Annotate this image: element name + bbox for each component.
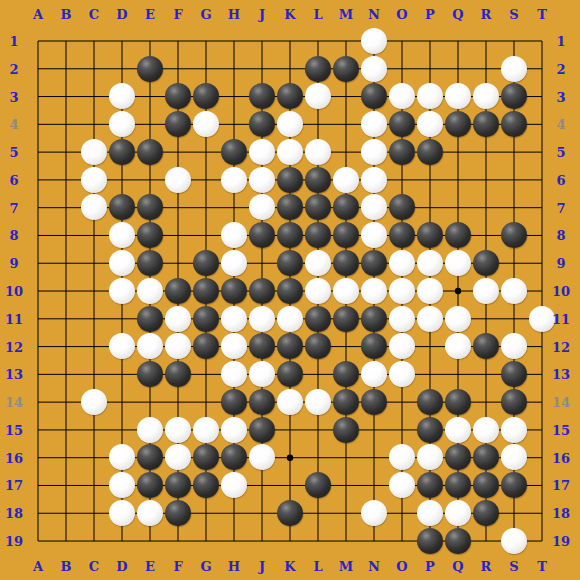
intersection-J12[interactable] (248, 332, 276, 360)
intersection-Q10[interactable] (444, 277, 472, 305)
intersection-S3[interactable] (500, 83, 528, 111)
intersection-F11[interactable] (164, 305, 192, 333)
intersection-A1[interactable] (24, 27, 52, 55)
intersection-D6[interactable] (108, 166, 136, 194)
intersection-C9[interactable] (80, 249, 108, 277)
intersection-B12[interactable] (52, 332, 80, 360)
intersection-H11[interactable] (220, 305, 248, 333)
intersection-S7[interactable] (500, 194, 528, 222)
intersection-M9[interactable] (332, 249, 360, 277)
intersection-P19[interactable] (416, 527, 444, 555)
intersection-P14[interactable] (416, 388, 444, 416)
intersection-E10[interactable] (136, 277, 164, 305)
intersection-S8[interactable] (500, 221, 528, 249)
intersection-S13[interactable] (500, 360, 528, 388)
intersection-Q16[interactable] (444, 443, 472, 471)
intersection-M5[interactable] (332, 138, 360, 166)
intersection-J2[interactable] (248, 55, 276, 83)
intersection-C1[interactable] (80, 27, 108, 55)
intersection-A6[interactable] (24, 166, 52, 194)
intersection-G12[interactable] (192, 332, 220, 360)
intersection-B18[interactable] (52, 499, 80, 527)
intersection-P15[interactable] (416, 416, 444, 444)
intersection-R13[interactable] (472, 360, 500, 388)
intersection-R10[interactable] (472, 277, 500, 305)
intersection-J13[interactable] (248, 360, 276, 388)
intersection-B5[interactable] (52, 138, 80, 166)
intersection-B16[interactable] (52, 443, 80, 471)
intersection-N11[interactable] (360, 305, 388, 333)
intersection-J3[interactable] (248, 83, 276, 111)
intersection-O17[interactable] (388, 471, 416, 499)
intersection-L15[interactable] (304, 416, 332, 444)
intersection-S11[interactable] (500, 305, 528, 333)
intersection-P2[interactable] (416, 55, 444, 83)
intersection-H2[interactable] (220, 55, 248, 83)
intersection-G11[interactable] (192, 305, 220, 333)
intersection-M13[interactable] (332, 360, 360, 388)
intersection-R1[interactable] (472, 27, 500, 55)
intersection-B6[interactable] (52, 166, 80, 194)
intersection-S14[interactable] (500, 388, 528, 416)
intersection-M16[interactable] (332, 443, 360, 471)
intersection-R12[interactable] (472, 332, 500, 360)
intersection-G16[interactable] (192, 443, 220, 471)
intersection-P8[interactable] (416, 221, 444, 249)
intersection-O3[interactable] (388, 83, 416, 111)
intersection-K14[interactable] (276, 388, 304, 416)
intersection-C16[interactable] (80, 443, 108, 471)
intersection-B3[interactable] (52, 83, 80, 111)
intersection-J15[interactable] (248, 416, 276, 444)
intersection-G5[interactable] (192, 138, 220, 166)
intersection-F5[interactable] (164, 138, 192, 166)
intersection-B13[interactable] (52, 360, 80, 388)
intersection-K1[interactable] (276, 27, 304, 55)
intersection-D19[interactable] (108, 527, 136, 555)
intersection-K4[interactable] (276, 110, 304, 138)
intersection-Q5[interactable] (444, 138, 472, 166)
intersection-N10[interactable] (360, 277, 388, 305)
intersection-B7[interactable] (52, 194, 80, 222)
intersection-F6[interactable] (164, 166, 192, 194)
intersection-J7[interactable] (248, 194, 276, 222)
intersection-A8[interactable] (24, 221, 52, 249)
intersection-C3[interactable] (80, 83, 108, 111)
intersection-J10[interactable] (248, 277, 276, 305)
intersection-S4[interactable] (500, 110, 528, 138)
intersection-K9[interactable] (276, 249, 304, 277)
intersection-L7[interactable] (304, 194, 332, 222)
intersection-A4[interactable] (24, 110, 52, 138)
intersection-O15[interactable] (388, 416, 416, 444)
intersection-E12[interactable] (136, 332, 164, 360)
intersection-H3[interactable] (220, 83, 248, 111)
intersection-E14[interactable] (136, 388, 164, 416)
intersection-J17[interactable] (248, 471, 276, 499)
intersection-A11[interactable] (24, 305, 52, 333)
intersection-J11[interactable] (248, 305, 276, 333)
intersection-G13[interactable] (192, 360, 220, 388)
intersection-K12[interactable] (276, 332, 304, 360)
intersection-T5[interactable] (528, 138, 556, 166)
intersection-T4[interactable] (528, 110, 556, 138)
intersection-L1[interactable] (304, 27, 332, 55)
intersection-F13[interactable] (164, 360, 192, 388)
intersection-N4[interactable] (360, 110, 388, 138)
intersection-O11[interactable] (388, 305, 416, 333)
intersection-M17[interactable] (332, 471, 360, 499)
intersection-B9[interactable] (52, 249, 80, 277)
intersection-P6[interactable] (416, 166, 444, 194)
intersection-E13[interactable] (136, 360, 164, 388)
intersection-L16[interactable] (304, 443, 332, 471)
intersection-B19[interactable] (52, 527, 80, 555)
intersection-D17[interactable] (108, 471, 136, 499)
intersection-L8[interactable] (304, 221, 332, 249)
intersection-H7[interactable] (220, 194, 248, 222)
intersection-D13[interactable] (108, 360, 136, 388)
intersection-J8[interactable] (248, 221, 276, 249)
intersection-B1[interactable] (52, 27, 80, 55)
intersection-B17[interactable] (52, 471, 80, 499)
intersection-K16[interactable] (276, 443, 304, 471)
intersection-E5[interactable] (136, 138, 164, 166)
intersection-Q8[interactable] (444, 221, 472, 249)
intersection-J9[interactable] (248, 249, 276, 277)
intersection-A7[interactable] (24, 194, 52, 222)
intersection-C12[interactable] (80, 332, 108, 360)
intersection-N3[interactable] (360, 83, 388, 111)
intersection-L18[interactable] (304, 499, 332, 527)
intersection-R11[interactable] (472, 305, 500, 333)
intersection-Q17[interactable] (444, 471, 472, 499)
intersection-H1[interactable] (220, 27, 248, 55)
intersection-H6[interactable] (220, 166, 248, 194)
intersection-R14[interactable] (472, 388, 500, 416)
intersection-R4[interactable] (472, 110, 500, 138)
intersection-S19[interactable] (500, 527, 528, 555)
intersection-T2[interactable] (528, 55, 556, 83)
intersection-M19[interactable] (332, 527, 360, 555)
intersection-C19[interactable] (80, 527, 108, 555)
intersection-T9[interactable] (528, 249, 556, 277)
intersection-O12[interactable] (388, 332, 416, 360)
intersection-O8[interactable] (388, 221, 416, 249)
intersection-G1[interactable] (192, 27, 220, 55)
intersection-G6[interactable] (192, 166, 220, 194)
intersection-C4[interactable] (80, 110, 108, 138)
intersection-R2[interactable] (472, 55, 500, 83)
intersection-Q9[interactable] (444, 249, 472, 277)
intersection-D18[interactable] (108, 499, 136, 527)
intersection-A5[interactable] (24, 138, 52, 166)
intersection-C8[interactable] (80, 221, 108, 249)
intersection-J4[interactable] (248, 110, 276, 138)
intersection-A17[interactable] (24, 471, 52, 499)
intersection-O4[interactable] (388, 110, 416, 138)
intersection-Q18[interactable] (444, 499, 472, 527)
intersection-G3[interactable] (192, 83, 220, 111)
intersection-S17[interactable] (500, 471, 528, 499)
intersection-N9[interactable] (360, 249, 388, 277)
intersection-N1[interactable] (360, 27, 388, 55)
intersection-C10[interactable] (80, 277, 108, 305)
intersection-N15[interactable] (360, 416, 388, 444)
intersection-Q2[interactable] (444, 55, 472, 83)
intersection-S6[interactable] (500, 166, 528, 194)
intersection-M10[interactable] (332, 277, 360, 305)
intersection-F3[interactable] (164, 83, 192, 111)
intersection-D9[interactable] (108, 249, 136, 277)
intersection-M7[interactable] (332, 194, 360, 222)
intersection-E2[interactable] (136, 55, 164, 83)
intersection-J5[interactable] (248, 138, 276, 166)
intersection-A10[interactable] (24, 277, 52, 305)
intersection-A13[interactable] (24, 360, 52, 388)
intersection-P17[interactable] (416, 471, 444, 499)
intersection-C2[interactable] (80, 55, 108, 83)
intersection-Q4[interactable] (444, 110, 472, 138)
intersection-L11[interactable] (304, 305, 332, 333)
intersection-F1[interactable] (164, 27, 192, 55)
intersection-N16[interactable] (360, 443, 388, 471)
intersection-J14[interactable] (248, 388, 276, 416)
intersection-G15[interactable] (192, 416, 220, 444)
intersection-P18[interactable] (416, 499, 444, 527)
intersection-D10[interactable] (108, 277, 136, 305)
intersection-O18[interactable] (388, 499, 416, 527)
intersection-E11[interactable] (136, 305, 164, 333)
intersection-S5[interactable] (500, 138, 528, 166)
intersection-J1[interactable] (248, 27, 276, 55)
intersection-P9[interactable] (416, 249, 444, 277)
intersection-E4[interactable] (136, 110, 164, 138)
intersection-K17[interactable] (276, 471, 304, 499)
intersection-R16[interactable] (472, 443, 500, 471)
intersection-Q12[interactable] (444, 332, 472, 360)
intersection-L17[interactable] (304, 471, 332, 499)
intersection-Q14[interactable] (444, 388, 472, 416)
intersection-T7[interactable] (528, 194, 556, 222)
intersection-M18[interactable] (332, 499, 360, 527)
intersection-H13[interactable] (220, 360, 248, 388)
intersection-E3[interactable] (136, 83, 164, 111)
intersection-L6[interactable] (304, 166, 332, 194)
intersection-P16[interactable] (416, 443, 444, 471)
intersection-H14[interactable] (220, 388, 248, 416)
intersection-A2[interactable] (24, 55, 52, 83)
intersection-G14[interactable] (192, 388, 220, 416)
intersection-R9[interactable] (472, 249, 500, 277)
intersection-E7[interactable] (136, 194, 164, 222)
intersection-L9[interactable] (304, 249, 332, 277)
intersection-N7[interactable] (360, 194, 388, 222)
intersection-L10[interactable] (304, 277, 332, 305)
intersection-O16[interactable] (388, 443, 416, 471)
intersection-S15[interactable] (500, 416, 528, 444)
intersection-E1[interactable] (136, 27, 164, 55)
intersection-K5[interactable] (276, 138, 304, 166)
intersection-M3[interactable] (332, 83, 360, 111)
intersection-C6[interactable] (80, 166, 108, 194)
intersection-D11[interactable] (108, 305, 136, 333)
intersection-R15[interactable] (472, 416, 500, 444)
intersection-Q7[interactable] (444, 194, 472, 222)
intersection-N2[interactable] (360, 55, 388, 83)
intersection-J19[interactable] (248, 527, 276, 555)
intersection-E19[interactable] (136, 527, 164, 555)
intersection-P13[interactable] (416, 360, 444, 388)
intersection-K10[interactable] (276, 277, 304, 305)
intersection-Q6[interactable] (444, 166, 472, 194)
intersection-R17[interactable] (472, 471, 500, 499)
intersection-D1[interactable] (108, 27, 136, 55)
intersection-M1[interactable] (332, 27, 360, 55)
intersection-D12[interactable] (108, 332, 136, 360)
intersection-G2[interactable] (192, 55, 220, 83)
intersection-M11[interactable] (332, 305, 360, 333)
intersection-N14[interactable] (360, 388, 388, 416)
intersection-P3[interactable] (416, 83, 444, 111)
intersection-E6[interactable] (136, 166, 164, 194)
intersection-E9[interactable] (136, 249, 164, 277)
intersection-B2[interactable] (52, 55, 80, 83)
intersection-P7[interactable] (416, 194, 444, 222)
intersection-O5[interactable] (388, 138, 416, 166)
intersection-L12[interactable] (304, 332, 332, 360)
intersection-M12[interactable] (332, 332, 360, 360)
intersection-M4[interactable] (332, 110, 360, 138)
intersection-H4[interactable] (220, 110, 248, 138)
intersection-N17[interactable] (360, 471, 388, 499)
intersection-D5[interactable] (108, 138, 136, 166)
intersection-K18[interactable] (276, 499, 304, 527)
intersection-F16[interactable] (164, 443, 192, 471)
intersection-S1[interactable] (500, 27, 528, 55)
intersection-F4[interactable] (164, 110, 192, 138)
intersection-H18[interactable] (220, 499, 248, 527)
intersection-G10[interactable] (192, 277, 220, 305)
intersection-M14[interactable] (332, 388, 360, 416)
intersection-Q19[interactable] (444, 527, 472, 555)
intersection-A9[interactable] (24, 249, 52, 277)
intersection-H16[interactable] (220, 443, 248, 471)
intersection-F10[interactable] (164, 277, 192, 305)
intersection-Q1[interactable] (444, 27, 472, 55)
intersection-M8[interactable] (332, 221, 360, 249)
intersection-Q11[interactable] (444, 305, 472, 333)
intersection-F8[interactable] (164, 221, 192, 249)
intersection-R3[interactable] (472, 83, 500, 111)
intersection-B14[interactable] (52, 388, 80, 416)
intersection-C7[interactable] (80, 194, 108, 222)
intersection-K2[interactable] (276, 55, 304, 83)
intersection-O14[interactable] (388, 388, 416, 416)
intersection-K11[interactable] (276, 305, 304, 333)
intersection-P1[interactable] (416, 27, 444, 55)
intersection-P4[interactable] (416, 110, 444, 138)
intersection-O9[interactable] (388, 249, 416, 277)
intersection-K8[interactable] (276, 221, 304, 249)
intersection-K19[interactable] (276, 527, 304, 555)
intersection-K6[interactable] (276, 166, 304, 194)
intersection-E8[interactable] (136, 221, 164, 249)
intersection-M15[interactable] (332, 416, 360, 444)
intersection-R19[interactable] (472, 527, 500, 555)
intersection-Q3[interactable] (444, 83, 472, 111)
intersection-C18[interactable] (80, 499, 108, 527)
intersection-L19[interactable] (304, 527, 332, 555)
intersection-T8[interactable] (528, 221, 556, 249)
intersection-F18[interactable] (164, 499, 192, 527)
intersection-E16[interactable] (136, 443, 164, 471)
intersection-L2[interactable] (304, 55, 332, 83)
intersection-M2[interactable] (332, 55, 360, 83)
intersection-D14[interactable] (108, 388, 136, 416)
intersection-N8[interactable] (360, 221, 388, 249)
intersection-M6[interactable] (332, 166, 360, 194)
intersection-A12[interactable] (24, 332, 52, 360)
intersection-J6[interactable] (248, 166, 276, 194)
intersection-R18[interactable] (472, 499, 500, 527)
intersection-B15[interactable] (52, 416, 80, 444)
intersection-B4[interactable] (52, 110, 80, 138)
intersection-H10[interactable] (220, 277, 248, 305)
intersection-D2[interactable] (108, 55, 136, 83)
intersection-K13[interactable] (276, 360, 304, 388)
intersection-G8[interactable] (192, 221, 220, 249)
intersection-L14[interactable] (304, 388, 332, 416)
intersection-A3[interactable] (24, 83, 52, 111)
intersection-F19[interactable] (164, 527, 192, 555)
intersection-P12[interactable] (416, 332, 444, 360)
intersection-G7[interactable] (192, 194, 220, 222)
intersection-F2[interactable] (164, 55, 192, 83)
intersection-H8[interactable] (220, 221, 248, 249)
intersection-F15[interactable] (164, 416, 192, 444)
intersection-D3[interactable] (108, 83, 136, 111)
intersection-G19[interactable] (192, 527, 220, 555)
intersection-S16[interactable] (500, 443, 528, 471)
intersection-B8[interactable] (52, 221, 80, 249)
intersection-A16[interactable] (24, 443, 52, 471)
intersection-H12[interactable] (220, 332, 248, 360)
intersection-C17[interactable] (80, 471, 108, 499)
intersection-C5[interactable] (80, 138, 108, 166)
intersection-C15[interactable] (80, 416, 108, 444)
intersection-O2[interactable] (388, 55, 416, 83)
intersection-N19[interactable] (360, 527, 388, 555)
intersection-B10[interactable] (52, 277, 80, 305)
intersection-D15[interactable] (108, 416, 136, 444)
intersection-G18[interactable] (192, 499, 220, 527)
intersection-T1[interactable] (528, 27, 556, 55)
intersection-F17[interactable] (164, 471, 192, 499)
intersection-R5[interactable] (472, 138, 500, 166)
intersection-N12[interactable] (360, 332, 388, 360)
intersection-K7[interactable] (276, 194, 304, 222)
intersection-L4[interactable] (304, 110, 332, 138)
intersection-R7[interactable] (472, 194, 500, 222)
intersection-F9[interactable] (164, 249, 192, 277)
intersection-F14[interactable] (164, 388, 192, 416)
intersection-D7[interactable] (108, 194, 136, 222)
intersection-O7[interactable] (388, 194, 416, 222)
intersection-E17[interactable] (136, 471, 164, 499)
intersection-C11[interactable] (80, 305, 108, 333)
intersection-H19[interactable] (220, 527, 248, 555)
